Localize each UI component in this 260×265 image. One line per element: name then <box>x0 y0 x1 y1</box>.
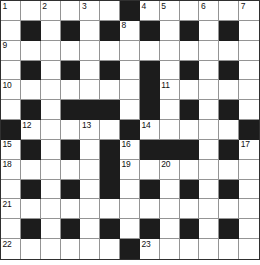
black-cell-r3-c7 <box>140 61 160 81</box>
white-cell-r12-c3[interactable] <box>61 239 81 259</box>
white-cell-r8-c11[interactable] <box>219 160 239 180</box>
white-cell-r9-c8[interactable] <box>160 180 180 200</box>
white-cell-r3-c6[interactable] <box>120 61 140 81</box>
white-cell-r10-c2[interactable] <box>41 199 61 219</box>
white-cell-r3-c8[interactable] <box>160 61 180 81</box>
white-cell-r1-c8[interactable] <box>160 21 180 41</box>
clue-number-10: 10 <box>3 81 12 90</box>
white-cell-r9-c0[interactable] <box>1 180 21 200</box>
black-cell-r12-c6 <box>120 239 140 259</box>
white-cell-r5-c12[interactable] <box>239 100 259 120</box>
white-cell-r10-c10[interactable] <box>199 199 219 219</box>
black-cell-r7-c5 <box>100 140 120 160</box>
white-cell-r0-c10[interactable]: 6 <box>199 1 219 21</box>
white-cell-r11-c6[interactable] <box>120 219 140 239</box>
black-cell-r11-c7 <box>140 219 160 239</box>
white-cell-r6-c1[interactable]: 12 <box>21 120 41 140</box>
white-cell-r0-c1[interactable] <box>21 1 41 21</box>
white-cell-r12-c2[interactable] <box>41 239 61 259</box>
white-cell-r9-c4[interactable] <box>80 180 100 200</box>
white-cell-r12-c7[interactable]: 23 <box>140 239 160 259</box>
white-cell-r2-c5[interactable] <box>100 41 120 61</box>
white-cell-r3-c10[interactable] <box>199 61 219 81</box>
white-cell-r7-c10[interactable] <box>199 140 219 160</box>
white-cell-r2-c1[interactable] <box>21 41 41 61</box>
white-cell-r7-c2[interactable] <box>41 140 61 160</box>
white-cell-r2-c2[interactable] <box>41 41 61 61</box>
clue-number-22: 22 <box>3 240 12 249</box>
black-cell-r7-c8 <box>160 140 180 160</box>
white-cell-r0-c7[interactable]: 4 <box>140 1 160 21</box>
white-cell-r5-c10[interactable] <box>199 100 219 120</box>
white-cell-r0-c2[interactable]: 2 <box>41 1 61 21</box>
white-cell-r12-c9[interactable] <box>180 239 200 259</box>
white-cell-r12-c4[interactable] <box>80 239 100 259</box>
black-cell-r1-c5 <box>100 21 120 41</box>
clue-number-3: 3 <box>82 2 87 11</box>
black-cell-r9-c9 <box>180 180 200 200</box>
clue-number-2: 2 <box>42 2 47 11</box>
clue-number-20: 20 <box>161 160 170 169</box>
white-cell-r11-c8[interactable] <box>160 219 180 239</box>
white-cell-r4-c3[interactable] <box>61 80 81 100</box>
black-cell-r7-c3 <box>61 140 81 160</box>
white-cell-r2-c10[interactable] <box>199 41 219 61</box>
white-cell-r5-c8[interactable] <box>160 100 180 120</box>
white-cell-r1-c10[interactable] <box>199 21 219 41</box>
clue-number-14: 14 <box>141 121 150 130</box>
white-cell-r5-c2[interactable] <box>41 100 61 120</box>
black-cell-r9-c11 <box>219 180 239 200</box>
white-cell-r11-c12[interactable] <box>239 219 259 239</box>
white-cell-r7-c4[interactable] <box>80 140 100 160</box>
black-cell-r1-c7 <box>140 21 160 41</box>
white-cell-r11-c0[interactable] <box>1 219 21 239</box>
white-cell-r4-c12[interactable] <box>239 80 259 100</box>
white-cell-r8-c12[interactable] <box>239 160 259 180</box>
black-cell-r4-c7 <box>140 80 160 100</box>
black-cell-r11-c9 <box>180 219 200 239</box>
clue-number-13: 13 <box>82 121 91 130</box>
white-cell-r6-c11[interactable] <box>219 120 239 140</box>
white-cell-r10-c4[interactable] <box>80 199 100 219</box>
clue-number-16: 16 <box>122 140 131 149</box>
white-cell-r10-c12[interactable] <box>239 199 259 219</box>
white-cell-r8-c7[interactable] <box>140 160 160 180</box>
white-cell-r0-c11[interactable] <box>219 1 239 21</box>
black-cell-r5-c7 <box>140 100 160 120</box>
white-cell-r1-c12[interactable] <box>239 21 259 41</box>
white-cell-r1-c6[interactable]: 8 <box>120 21 140 41</box>
white-cell-r2-c8[interactable] <box>160 41 180 61</box>
white-cell-r10-c8[interactable] <box>160 199 180 219</box>
white-cell-r4-c4[interactable] <box>80 80 100 100</box>
black-cell-r0-c6 <box>120 1 140 21</box>
black-cell-r5-c9 <box>180 100 200 120</box>
white-cell-r6-c9[interactable] <box>180 120 200 140</box>
white-cell-r4-c8[interactable]: 11 <box>160 80 180 100</box>
white-cell-r8-c2[interactable] <box>41 160 61 180</box>
white-cell-r12-c8[interactable] <box>160 239 180 259</box>
black-cell-r1-c11 <box>219 21 239 41</box>
black-cell-r8-c5 <box>100 160 120 180</box>
crossword-page: 1234567891011121314151617181920212223 <box>0 0 260 265</box>
white-cell-r0-c12[interactable]: 7 <box>239 1 259 21</box>
black-cell-r9-c1 <box>21 180 41 200</box>
white-cell-r4-c2[interactable] <box>41 80 61 100</box>
black-cell-r11-c11 <box>219 219 239 239</box>
white-cell-r4-c1[interactable] <box>21 80 41 100</box>
white-cell-r10-c5[interactable] <box>100 199 120 219</box>
white-cell-r3-c2[interactable] <box>41 61 61 81</box>
white-cell-r8-c4[interactable] <box>80 160 100 180</box>
black-cell-r6-c12 <box>239 120 259 140</box>
white-cell-r2-c0[interactable]: 9 <box>1 41 21 61</box>
black-cell-r7-c9 <box>180 140 200 160</box>
clue-number-18: 18 <box>3 160 12 169</box>
crossword-grid: 1234567891011121314151617181920212223 <box>0 0 260 260</box>
white-cell-r3-c4[interactable] <box>80 61 100 81</box>
white-cell-r5-c0[interactable] <box>1 100 21 120</box>
white-cell-r10-c6[interactable] <box>120 199 140 219</box>
white-cell-r6-c10[interactable] <box>199 120 219 140</box>
white-cell-r8-c0[interactable]: 18 <box>1 160 21 180</box>
white-cell-r4-c10[interactable] <box>199 80 219 100</box>
clue-number-7: 7 <box>241 2 246 11</box>
black-cell-r1-c9 <box>180 21 200 41</box>
white-cell-r0-c3[interactable] <box>61 1 81 21</box>
white-cell-r6-c3[interactable] <box>61 120 81 140</box>
white-cell-r8-c6[interactable]: 19 <box>120 160 140 180</box>
white-cell-r2-c7[interactable] <box>140 41 160 61</box>
white-cell-r0-c0[interactable]: 1 <box>1 1 21 21</box>
white-cell-r8-c10[interactable] <box>199 160 219 180</box>
white-cell-r3-c12[interactable] <box>239 61 259 81</box>
white-cell-r2-c3[interactable] <box>61 41 81 61</box>
black-cell-r7-c11 <box>219 140 239 160</box>
white-cell-r11-c10[interactable] <box>199 219 219 239</box>
white-cell-r0-c8[interactable]: 5 <box>160 1 180 21</box>
clue-number-12: 12 <box>22 121 31 130</box>
white-cell-r12-c0[interactable]: 22 <box>1 239 21 259</box>
black-cell-r9-c5 <box>100 180 120 200</box>
black-cell-r5-c3 <box>61 100 81 120</box>
white-cell-r2-c11[interactable] <box>219 41 239 61</box>
white-cell-r4-c5[interactable] <box>100 80 120 100</box>
white-cell-r10-c9[interactable] <box>180 199 200 219</box>
black-cell-r3-c11 <box>219 61 239 81</box>
black-cell-r11-c5 <box>100 219 120 239</box>
white-cell-r2-c9[interactable] <box>180 41 200 61</box>
black-cell-r5-c1 <box>21 100 41 120</box>
white-cell-r1-c2[interactable] <box>41 21 61 41</box>
black-cell-r11-c1 <box>21 219 41 239</box>
white-cell-r3-c0[interactable] <box>1 61 21 81</box>
white-cell-r4-c11[interactable] <box>219 80 239 100</box>
white-cell-r4-c9[interactable] <box>180 80 200 100</box>
white-cell-r12-c12[interactable] <box>239 239 259 259</box>
white-cell-r11-c2[interactable] <box>41 219 61 239</box>
white-cell-r4-c6[interactable] <box>120 80 140 100</box>
white-cell-r1-c4[interactable] <box>80 21 100 41</box>
white-cell-r0-c9[interactable] <box>180 1 200 21</box>
white-cell-r6-c5[interactable] <box>100 120 120 140</box>
white-cell-r12-c11[interactable] <box>219 239 239 259</box>
black-cell-r5-c4 <box>80 100 100 120</box>
white-cell-r6-c4[interactable]: 13 <box>80 120 100 140</box>
clue-number-6: 6 <box>201 2 206 11</box>
black-cell-r1-c3 <box>61 21 81 41</box>
white-cell-r10-c1[interactable] <box>21 199 41 219</box>
black-cell-r6-c6 <box>120 120 140 140</box>
white-cell-r10-c0[interactable]: 21 <box>1 199 21 219</box>
clue-number-9: 9 <box>3 41 8 50</box>
white-cell-r11-c4[interactable] <box>80 219 100 239</box>
white-cell-r10-c7[interactable] <box>140 199 160 219</box>
white-cell-r2-c12[interactable] <box>239 41 259 61</box>
white-cell-r9-c10[interactable] <box>199 180 219 200</box>
white-cell-r5-c6[interactable] <box>120 100 140 120</box>
white-cell-r6-c2[interactable] <box>41 120 61 140</box>
white-cell-r0-c5[interactable] <box>100 1 120 21</box>
white-cell-r0-c4[interactable]: 3 <box>80 1 100 21</box>
clue-number-11: 11 <box>161 81 169 90</box>
black-cell-r7-c7 <box>140 140 160 160</box>
white-cell-r9-c2[interactable] <box>41 180 61 200</box>
clue-number-1: 1 <box>3 2 8 11</box>
black-cell-r11-c3 <box>61 219 81 239</box>
black-cell-r3-c1 <box>21 61 41 81</box>
white-cell-r12-c10[interactable] <box>199 239 219 259</box>
white-cell-r10-c11[interactable] <box>219 199 239 219</box>
white-cell-r8-c9[interactable] <box>180 160 200 180</box>
white-cell-r2-c6[interactable] <box>120 41 140 61</box>
white-cell-r4-c0[interactable]: 10 <box>1 80 21 100</box>
white-cell-r9-c12[interactable] <box>239 180 259 200</box>
white-cell-r12-c5[interactable] <box>100 239 120 259</box>
clue-number-17: 17 <box>241 140 250 149</box>
white-cell-r7-c0[interactable]: 15 <box>1 140 21 160</box>
white-cell-r10-c3[interactable] <box>61 199 81 219</box>
white-cell-r1-c0[interactable] <box>1 21 21 41</box>
black-cell-r5-c11 <box>219 100 239 120</box>
white-cell-r7-c6[interactable]: 16 <box>120 140 140 160</box>
white-cell-r9-c6[interactable] <box>120 180 140 200</box>
clue-number-4: 4 <box>141 2 146 11</box>
white-cell-r6-c7[interactable]: 14 <box>140 120 160 140</box>
clue-number-5: 5 <box>161 2 166 11</box>
white-cell-r2-c4[interactable] <box>80 41 100 61</box>
black-cell-r3-c3 <box>61 61 81 81</box>
white-cell-r7-c12[interactable]: 17 <box>239 140 259 160</box>
white-cell-r8-c1[interactable] <box>21 160 41 180</box>
clue-number-19: 19 <box>122 160 131 169</box>
white-cell-r8-c3[interactable] <box>61 160 81 180</box>
clue-number-15: 15 <box>3 140 12 149</box>
black-cell-r3-c5 <box>100 61 120 81</box>
black-cell-r3-c9 <box>180 61 200 81</box>
clue-number-21: 21 <box>3 200 12 209</box>
black-cell-r1-c1 <box>21 21 41 41</box>
clue-number-8: 8 <box>122 21 127 30</box>
black-cell-r9-c3 <box>61 180 81 200</box>
white-cell-r8-c8[interactable]: 20 <box>160 160 180 180</box>
black-cell-r6-c0 <box>1 120 21 140</box>
white-cell-r12-c1[interactable] <box>21 239 41 259</box>
black-cell-r7-c1 <box>21 140 41 160</box>
clue-number-23: 23 <box>141 240 150 249</box>
white-cell-r6-c8[interactable] <box>160 120 180 140</box>
black-cell-r9-c7 <box>140 180 160 200</box>
black-cell-r5-c5 <box>100 100 120 120</box>
